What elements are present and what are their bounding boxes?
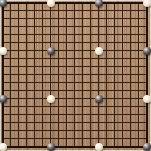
stone-white[interactable] bbox=[0, 143, 7, 151]
stone-white[interactable] bbox=[95, 47, 103, 55]
stone-black[interactable] bbox=[47, 47, 55, 55]
stone-white[interactable] bbox=[47, 0, 55, 7]
stone-white[interactable] bbox=[0, 47, 7, 55]
stone-black[interactable] bbox=[95, 0, 103, 7]
board-border bbox=[2, 2, 148, 148]
stone-black[interactable] bbox=[0, 0, 7, 7]
stone-white[interactable] bbox=[95, 143, 103, 151]
stone-black[interactable] bbox=[143, 47, 151, 55]
go-board[interactable] bbox=[0, 0, 151, 151]
stone-white[interactable] bbox=[143, 0, 151, 7]
stone-white[interactable] bbox=[47, 95, 55, 103]
stone-black[interactable] bbox=[47, 143, 55, 151]
stone-black[interactable] bbox=[143, 143, 151, 151]
stone-white[interactable] bbox=[143, 95, 151, 103]
stone-black[interactable] bbox=[95, 95, 103, 103]
screenshot-stage bbox=[0, 0, 151, 151]
stone-black[interactable] bbox=[0, 95, 7, 103]
